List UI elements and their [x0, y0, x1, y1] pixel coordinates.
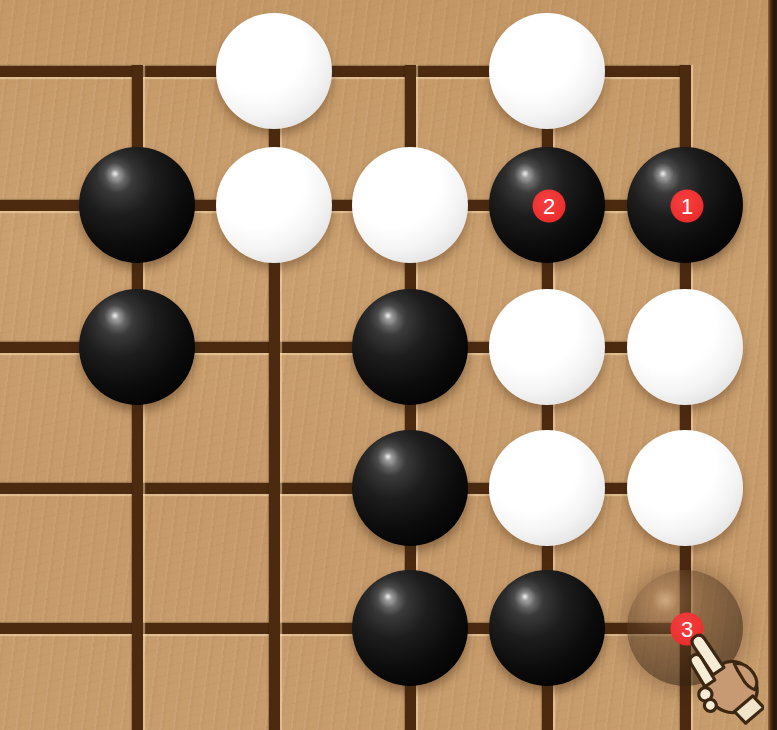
white-stone	[216, 13, 332, 129]
black-stone	[489, 570, 605, 686]
move-badge-2: 2	[533, 190, 566, 223]
white-stone	[489, 13, 605, 129]
go-board[interactable]: 123	[0, 0, 777, 730]
board-right-edge	[768, 0, 777, 730]
black-stone	[352, 289, 468, 405]
move-badge-1: 1	[671, 190, 704, 223]
white-stone	[627, 289, 743, 405]
black-stone	[352, 430, 468, 546]
black-stone	[79, 147, 195, 263]
white-stone	[216, 147, 332, 263]
white-stone	[627, 430, 743, 546]
white-stone	[489, 289, 605, 405]
black-stone	[352, 570, 468, 686]
move-badge-3: 3	[671, 613, 704, 646]
black-stone	[79, 289, 195, 405]
white-stone	[352, 147, 468, 263]
white-stone	[489, 430, 605, 546]
